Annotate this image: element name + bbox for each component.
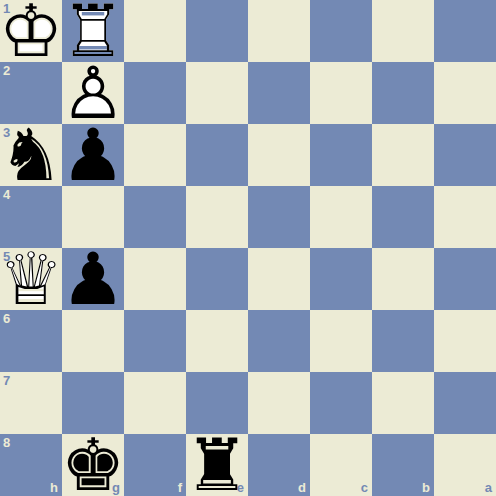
square-d7[interactable] [248, 372, 310, 434]
chess-board: 1♔♖2♙3♞♟45♕♟678hg♚fe♜dcba [0, 0, 496, 496]
square-a4[interactable] [434, 186, 496, 248]
square-e6[interactable] [186, 310, 248, 372]
square-a5[interactable] [434, 248, 496, 310]
square-c4[interactable] [310, 186, 372, 248]
square-f2[interactable] [124, 62, 186, 124]
square-a1[interactable] [434, 0, 496, 62]
square-g8[interactable]: g♚ [62, 434, 124, 496]
square-f7[interactable] [124, 372, 186, 434]
square-e5[interactable] [186, 248, 248, 310]
square-a6[interactable] [434, 310, 496, 372]
square-b1[interactable] [372, 0, 434, 62]
square-f8[interactable]: f [124, 434, 186, 496]
square-a3[interactable] [434, 124, 496, 186]
square-e4[interactable] [186, 186, 248, 248]
rank-label-7: 7 [3, 374, 10, 387]
file-label-c: c [361, 481, 368, 494]
file-label-b: b [422, 481, 430, 494]
square-c2[interactable] [310, 62, 372, 124]
square-a8[interactable]: a [434, 434, 496, 496]
square-c8[interactable]: c [310, 434, 372, 496]
square-c6[interactable] [310, 310, 372, 372]
square-b5[interactable] [372, 248, 434, 310]
white-queen-piece[interactable]: ♕ [0, 248, 62, 310]
square-b4[interactable] [372, 186, 434, 248]
square-f5[interactable] [124, 248, 186, 310]
square-b2[interactable] [372, 62, 434, 124]
square-d3[interactable] [248, 124, 310, 186]
square-d2[interactable] [248, 62, 310, 124]
file-label-a: a [485, 481, 492, 494]
black-knight-piece[interactable]: ♞ [0, 124, 62, 186]
square-a7[interactable] [434, 372, 496, 434]
square-g5[interactable]: ♟ [62, 248, 124, 310]
square-c1[interactable] [310, 0, 372, 62]
black-king-piece[interactable]: ♚ [62, 434, 124, 496]
square-d1[interactable] [248, 0, 310, 62]
file-label-d: d [298, 481, 306, 494]
black-pawn-piece[interactable]: ♟ [62, 124, 124, 186]
square-h1[interactable]: 1♔ [0, 0, 62, 62]
square-h8[interactable]: 8h [0, 434, 62, 496]
white-king-piece[interactable]: ♔ [0, 0, 62, 62]
square-e8[interactable]: e♜ [186, 434, 248, 496]
square-f3[interactable] [124, 124, 186, 186]
square-a2[interactable] [434, 62, 496, 124]
square-f6[interactable] [124, 310, 186, 372]
square-d4[interactable] [248, 186, 310, 248]
square-c3[interactable] [310, 124, 372, 186]
square-b7[interactable] [372, 372, 434, 434]
square-c7[interactable] [310, 372, 372, 434]
square-h7[interactable]: 7 [0, 372, 62, 434]
square-h3[interactable]: 3♞ [0, 124, 62, 186]
square-c5[interactable] [310, 248, 372, 310]
square-f4[interactable] [124, 186, 186, 248]
black-rook-piece[interactable]: ♜ [186, 434, 248, 496]
square-e2[interactable] [186, 62, 248, 124]
chess-board-widget: 1♔♖2♙3♞♟45♕♟678hg♚fe♜dcba [0, 0, 496, 496]
square-e1[interactable] [186, 0, 248, 62]
square-b6[interactable] [372, 310, 434, 372]
square-g3[interactable]: ♟ [62, 124, 124, 186]
square-h5[interactable]: 5♕ [0, 248, 62, 310]
square-b3[interactable] [372, 124, 434, 186]
rank-label-8: 8 [3, 436, 10, 449]
square-d5[interactable] [248, 248, 310, 310]
black-pawn-piece[interactable]: ♟ [62, 248, 124, 310]
file-label-h: h [50, 481, 58, 494]
file-label-f: f [178, 481, 182, 494]
square-f1[interactable] [124, 0, 186, 62]
square-d8[interactable]: d [248, 434, 310, 496]
square-d6[interactable] [248, 310, 310, 372]
square-b8[interactable]: b [372, 434, 434, 496]
square-e3[interactable] [186, 124, 248, 186]
